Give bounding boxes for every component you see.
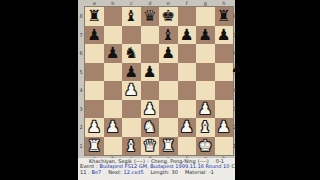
black-pawn: ♟ [180, 26, 194, 45]
move-line: 11 . Be7 Next: 12.cxd5 Length: 30 Materi… [78, 170, 235, 175]
white-pawn: ♟ [217, 118, 231, 137]
next-label: Next: [108, 170, 121, 175]
video-frame: abcdefgh 87654321 87654321 abcdefgh ♜♝♛♚… [0, 0, 320, 180]
file-label: c [122, 0, 141, 6]
rank-label: 2 [78, 118, 84, 137]
square-f6[interactable] [178, 44, 197, 63]
square-g4[interactable] [196, 81, 215, 100]
black-pawn: ♟ [143, 63, 157, 82]
square-d7[interactable] [141, 26, 160, 45]
square-e6[interactable]: ♟ [159, 44, 178, 63]
black-pawn: ♟ [198, 26, 212, 45]
square-f7[interactable]: ♟ [178, 26, 197, 45]
black-rook: ♜ [217, 7, 231, 26]
square-e1[interactable]: ♜ [159, 137, 178, 156]
file-label: f [178, 0, 197, 6]
white-queen: ♛ [143, 137, 157, 156]
move-number: 11 . [80, 170, 90, 175]
file-labels-top: abcdefgh [85, 0, 233, 6]
square-f5[interactable] [178, 63, 197, 82]
square-a1[interactable]: ♜ [85, 137, 104, 156]
square-b2[interactable]: ♟ [104, 118, 123, 137]
file-label: h [215, 0, 234, 6]
material-advantage-pawn-icon: ♟ [231, 61, 243, 75]
square-d4[interactable] [141, 81, 160, 100]
square-c6[interactable]: ♞ [122, 44, 141, 63]
black-knight: ♞ [124, 44, 138, 63]
square-a3[interactable] [85, 100, 104, 119]
black-bishop: ♝ [124, 7, 138, 26]
file-label: a [85, 0, 104, 6]
square-a5[interactable] [85, 63, 104, 82]
square-h3[interactable] [215, 100, 234, 119]
square-b8[interactable] [104, 7, 123, 26]
square-g8[interactable] [196, 7, 215, 26]
square-c2[interactable] [122, 118, 141, 137]
square-d3[interactable]: ♟ [141, 100, 160, 119]
rank-label: 7 [78, 26, 84, 45]
square-e2[interactable] [159, 118, 178, 137]
square-c4[interactable]: ♟ [122, 81, 141, 100]
square-h8[interactable]: ♜ [215, 7, 234, 26]
square-d5[interactable]: ♟ [141, 63, 160, 82]
square-f8[interactable] [178, 7, 197, 26]
square-a6[interactable] [85, 44, 104, 63]
square-c1[interactable]: ♝ [122, 137, 141, 156]
square-a4[interactable] [85, 81, 104, 100]
rank-label: 5 [78, 63, 84, 82]
black-king: ♚ [161, 7, 175, 26]
square-h2[interactable]: ♟ [215, 118, 234, 137]
black-pawn: ♟ [161, 44, 175, 63]
square-f2[interactable]: ♟ [178, 118, 197, 137]
chess-app-content: abcdefgh 87654321 87654321 abcdefgh ♜♝♛♚… [78, 0, 235, 180]
square-g5[interactable] [196, 63, 215, 82]
square-g7[interactable]: ♟ [196, 26, 215, 45]
square-d2[interactable]: ♞ [141, 118, 160, 137]
game-info-panel: Khachiyan, Segik (----) - Cheng, Pong-Ni… [78, 158, 235, 180]
square-d1[interactable]: ♛ [141, 137, 160, 156]
next-move: 12.cxd5 [124, 170, 144, 175]
square-c3[interactable] [122, 100, 141, 119]
material-label: Material: [185, 170, 207, 175]
square-h1[interactable] [215, 137, 234, 156]
square-d6[interactable] [141, 44, 160, 63]
white-pawn: ♟ [106, 118, 120, 137]
rank-label: 6 [78, 44, 84, 63]
chess-board: ♜♝♛♚♜♟♝♟♟♟♟♞♟♟♟♟♟♟♟♟♞♟♝♟♜♝♛♜♚ [85, 7, 233, 155]
square-a7[interactable]: ♟ [85, 26, 104, 45]
length-label: Length: [151, 170, 170, 175]
square-b4[interactable] [104, 81, 123, 100]
black-queen: ♛ [143, 7, 157, 26]
square-g2[interactable]: ♝ [196, 118, 215, 137]
square-g1[interactable]: ♚ [196, 137, 215, 156]
square-f3[interactable] [178, 100, 197, 119]
square-e3[interactable] [159, 100, 178, 119]
file-label: d [141, 0, 160, 6]
square-b1[interactable] [104, 137, 123, 156]
black-rook: ♜ [87, 7, 101, 26]
black-pawn: ♟ [217, 26, 231, 45]
square-c8[interactable]: ♝ [122, 7, 141, 26]
black-pawn: ♟ [124, 63, 138, 82]
last-move: Be7 [92, 170, 102, 175]
white-bishop: ♝ [124, 137, 138, 156]
material-value: -1 [209, 170, 214, 175]
square-c7[interactable] [122, 26, 141, 45]
square-b6[interactable]: ♟ [104, 44, 123, 63]
white-knight: ♞ [143, 118, 157, 137]
square-b3[interactable] [104, 100, 123, 119]
rank-label: 4 [78, 81, 84, 100]
square-g3[interactable]: ♟ [196, 100, 215, 119]
white-pawn: ♟ [198, 100, 212, 119]
file-label: b [104, 0, 123, 6]
black-bishop: ♝ [161, 26, 175, 45]
white-pawn: ♟ [143, 100, 157, 119]
length-value: 30 [172, 170, 178, 175]
file-label: g [196, 0, 215, 6]
file-label: e [159, 0, 178, 6]
square-b5[interactable] [104, 63, 123, 82]
rank-label: 1 [78, 137, 84, 156]
square-g6[interactable] [196, 44, 215, 63]
white-rook: ♜ [87, 137, 101, 156]
square-h7[interactable]: ♟ [215, 26, 234, 45]
square-b7[interactable] [104, 26, 123, 45]
square-a8[interactable]: ♜ [85, 7, 104, 26]
white-pawn: ♟ [180, 118, 194, 137]
white-bishop: ♝ [198, 118, 212, 137]
square-d8[interactable]: ♛ [141, 7, 160, 26]
black-pawn: ♟ [106, 44, 120, 63]
square-c5[interactable]: ♟ [122, 63, 141, 82]
white-king: ♚ [198, 137, 212, 156]
square-e7[interactable]: ♝ [159, 26, 178, 45]
rank-label: 8 [78, 7, 84, 26]
square-h4[interactable] [215, 81, 234, 100]
square-a2[interactable]: ♟ [85, 118, 104, 137]
rank-labels-left: 87654321 [78, 7, 84, 155]
square-f4[interactable] [178, 81, 197, 100]
eco-code: C00 [231, 164, 235, 169]
white-rook: ♜ [161, 137, 175, 156]
square-f1[interactable] [178, 137, 197, 156]
white-pawn: ♟ [87, 118, 101, 137]
square-e4[interactable] [159, 81, 178, 100]
white-pawn: ♟ [124, 81, 138, 100]
square-e5[interactable] [159, 63, 178, 82]
square-e8[interactable]: ♚ [159, 7, 178, 26]
rank-label: 3 [78, 100, 84, 119]
black-pawn: ♟ [87, 26, 101, 45]
